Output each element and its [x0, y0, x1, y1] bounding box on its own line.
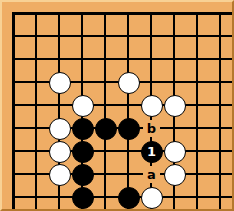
white-stone — [49, 164, 71, 186]
grid-line-vertical — [219, 25, 221, 48]
board-point[interactable] — [163, 163, 186, 186]
grid-line-vertical — [81, 25, 83, 48]
grid-line-vertical — [12, 94, 15, 117]
grid-line-vertical — [219, 71, 221, 94]
grid-line-vertical — [104, 140, 106, 163]
board-point[interactable] — [163, 94, 186, 117]
grid-line-vertical — [196, 140, 198, 163]
board-point[interactable] — [117, 117, 140, 140]
board-point[interactable] — [48, 71, 71, 94]
grid-line-vertical — [104, 48, 106, 71]
grid-line-vertical — [173, 48, 175, 71]
grid-line-vertical — [104, 163, 106, 186]
white-stone — [141, 95, 163, 117]
board-point[interactable] — [2, 186, 25, 209]
board-point[interactable] — [117, 25, 140, 48]
point-label-b: b — [143, 120, 160, 137]
board-point[interactable] — [209, 25, 232, 48]
board-point[interactable] — [25, 140, 48, 163]
board-point[interactable] — [94, 25, 117, 48]
board-point[interactable] — [94, 71, 117, 94]
board-point[interactable] — [186, 140, 209, 163]
board-point[interactable] — [117, 186, 140, 209]
board-point[interactable] — [186, 94, 209, 117]
grid-line-vertical — [219, 48, 221, 71]
white-stone — [141, 187, 163, 209]
grid-line-vertical — [12, 140, 15, 163]
grid-line-vertical — [12, 117, 15, 140]
board-point[interactable] — [163, 25, 186, 48]
board-point[interactable] — [71, 186, 94, 209]
black-stone — [72, 164, 94, 186]
board-point[interactable] — [94, 94, 117, 117]
board-point[interactable] — [48, 186, 71, 209]
black-stone — [118, 187, 140, 209]
board-point[interactable] — [163, 48, 186, 71]
grid-line-vertical — [104, 25, 106, 48]
grid-line-vertical — [104, 71, 106, 94]
board-point[interactable] — [117, 2, 140, 25]
board-point[interactable] — [163, 2, 186, 25]
board-point[interactable] — [25, 117, 48, 140]
grid-line-vertical — [58, 48, 60, 71]
grid-line-vertical — [81, 12, 83, 25]
board-point[interactable] — [48, 140, 71, 163]
board-point[interactable] — [140, 71, 163, 94]
board-point[interactable] — [140, 2, 163, 25]
board-point[interactable] — [186, 163, 209, 186]
board-point[interactable] — [94, 2, 117, 25]
grid-line-vertical — [127, 25, 129, 48]
white-stone — [118, 72, 140, 94]
board-point[interactable] — [117, 163, 140, 186]
board-point[interactable] — [2, 25, 25, 48]
grid-line-vertical — [12, 186, 15, 209]
board-point[interactable] — [209, 140, 232, 163]
grid-line-vertical — [196, 25, 198, 48]
board-point[interactable] — [2, 163, 25, 186]
grid-line-vertical — [81, 48, 83, 71]
board-point[interactable] — [48, 163, 71, 186]
board-point[interactable] — [2, 140, 25, 163]
board-point[interactable] — [71, 94, 94, 117]
grid-line-vertical — [196, 12, 198, 25]
grid-line-vertical — [196, 117, 198, 140]
grid-line-vertical — [219, 140, 221, 163]
board-point[interactable] — [25, 94, 48, 117]
grid-line-vertical — [219, 12, 221, 25]
board-point[interactable] — [71, 163, 94, 186]
grid-line-vertical — [173, 12, 175, 25]
white-stone — [49, 141, 71, 163]
board-point[interactable] — [209, 117, 232, 140]
board-point[interactable] — [25, 71, 48, 94]
board-point[interactable] — [71, 117, 94, 140]
grid-line-vertical — [150, 71, 152, 94]
grid-line-vertical — [104, 186, 106, 209]
grid-line-vertical — [35, 48, 37, 71]
board-point[interactable] — [117, 48, 140, 71]
white-stone — [164, 164, 186, 186]
board-point[interactable] — [2, 2, 25, 25]
board-point[interactable] — [25, 48, 48, 71]
black-stone-move-1: 1 — [141, 141, 163, 163]
board-point[interactable] — [140, 94, 163, 117]
board-point[interactable] — [2, 71, 25, 94]
grid-line-vertical — [81, 71, 83, 94]
grid-line-vertical — [12, 163, 15, 186]
white-stone — [49, 118, 71, 140]
grid-line-vertical — [12, 25, 15, 48]
grid-line-vertical — [35, 186, 37, 209]
board-point[interactable] — [163, 71, 186, 94]
board-point[interactable] — [71, 2, 94, 25]
grid-line-vertical — [196, 163, 198, 186]
grid-line-vertical — [127, 94, 129, 117]
board-point[interactable] — [140, 48, 163, 71]
grid-line-vertical — [150, 48, 152, 71]
board-point[interactable] — [140, 186, 163, 209]
grid-line-vertical — [12, 48, 15, 71]
black-stone — [72, 187, 94, 209]
grid-line-vertical — [35, 94, 37, 117]
grid-line-vertical — [219, 117, 221, 140]
board-point[interactable] — [71, 71, 94, 94]
grid-line-vertical — [35, 25, 37, 48]
grid-line-vertical — [127, 48, 129, 71]
grid-line-vertical — [219, 186, 221, 209]
white-stone — [164, 95, 186, 117]
board-point[interactable] — [186, 117, 209, 140]
grid-line-vertical — [35, 117, 37, 140]
board-point[interactable] — [25, 25, 48, 48]
board-point[interactable] — [71, 140, 94, 163]
grid-line-vertical — [196, 48, 198, 71]
white-stone — [164, 141, 186, 163]
board-point[interactable] — [48, 94, 71, 117]
grid-line-vertical — [58, 12, 60, 25]
grid-line-vertical — [35, 71, 37, 94]
board-point[interactable] — [140, 25, 163, 48]
grid-line-vertical — [127, 140, 129, 163]
board-point[interactable] — [163, 140, 186, 163]
white-stone — [72, 95, 94, 117]
grid-line-vertical — [12, 71, 15, 94]
grid-line-vertical — [127, 163, 129, 186]
grid-line-vertical — [104, 12, 106, 25]
board-point[interactable]: b — [140, 117, 163, 140]
board-point[interactable]: a — [140, 163, 163, 186]
board-point[interactable] — [94, 163, 117, 186]
board-point[interactable] — [209, 94, 232, 117]
board-point[interactable] — [209, 71, 232, 94]
grid-line-vertical — [58, 186, 60, 209]
board-point[interactable] — [117, 71, 140, 94]
grid-line-vertical — [173, 25, 175, 48]
grid-line-vertical — [127, 12, 129, 25]
grid-line-vertical — [173, 186, 175, 209]
board-point[interactable] — [117, 140, 140, 163]
grid-line-vertical — [150, 25, 152, 48]
board-point[interactable]: 1 — [140, 140, 163, 163]
point-label-a: a — [143, 166, 160, 183]
board-point[interactable] — [186, 48, 209, 71]
board-point[interactable] — [71, 25, 94, 48]
board-point[interactable] — [48, 2, 71, 25]
board-point[interactable] — [186, 186, 209, 209]
grid-line-vertical — [35, 163, 37, 186]
grid-line-vertical — [35, 12, 37, 25]
grid-line-vertical — [173, 117, 175, 140]
board-point[interactable] — [94, 186, 117, 209]
grid-line-vertical — [196, 94, 198, 117]
white-stone — [49, 72, 71, 94]
board-point[interactable] — [186, 71, 209, 94]
board-point[interactable] — [94, 117, 117, 140]
board-point[interactable] — [163, 117, 186, 140]
board-point[interactable] — [25, 163, 48, 186]
board-point[interactable] — [2, 94, 25, 117]
go-board: b1a — [0, 0, 234, 211]
black-stone — [118, 118, 140, 140]
board-point[interactable] — [117, 94, 140, 117]
board-point[interactable] — [209, 2, 232, 25]
grid-line-vertical — [173, 71, 175, 94]
board-point[interactable] — [2, 48, 25, 71]
black-stone — [72, 118, 94, 140]
grid-line-vertical — [196, 186, 198, 209]
board-point[interactable] — [209, 48, 232, 71]
board-point[interactable] — [209, 186, 232, 209]
grid-line-vertical — [58, 94, 60, 117]
board-point[interactable] — [48, 117, 71, 140]
board-point[interactable] — [48, 25, 71, 48]
board-point[interactable] — [2, 117, 25, 140]
board-point[interactable] — [94, 140, 117, 163]
grid-line-vertical — [12, 12, 15, 25]
grid-line-vertical — [219, 163, 221, 186]
grid-line-vertical — [196, 71, 198, 94]
board-point[interactable] — [186, 2, 209, 25]
black-stone — [95, 118, 117, 140]
grid-line-vertical — [104, 94, 106, 117]
board-point[interactable] — [94, 48, 117, 71]
board-point[interactable] — [25, 2, 48, 25]
black-stone — [72, 141, 94, 163]
board-point[interactable] — [71, 48, 94, 71]
board-point[interactable] — [48, 48, 71, 71]
grid-line-vertical — [219, 94, 221, 117]
board-point[interactable] — [163, 186, 186, 209]
board-point[interactable] — [25, 186, 48, 209]
grid-line-vertical — [58, 25, 60, 48]
board-point[interactable] — [186, 25, 209, 48]
grid-line-vertical — [150, 12, 152, 25]
grid-line-vertical — [35, 140, 37, 163]
board-point[interactable] — [209, 163, 232, 186]
